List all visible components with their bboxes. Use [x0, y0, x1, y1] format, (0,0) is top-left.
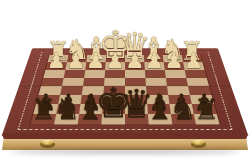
piece-wP[interactable]: ♟	[47, 50, 66, 71]
board-front-bevel	[3, 133, 247, 139]
piece-wP[interactable]: ♟	[86, 50, 105, 71]
brass-clasp-left-icon[interactable]	[40, 140, 55, 147]
chess-set-photo: ♜♞♝♚♛♝♞♜♟♟♟♟♟♟♟♟♟♟♟♟♟♟♟♟♜♞♝♚♛♝♞♜	[0, 0, 250, 160]
piece-bR[interactable]: ♜	[194, 96, 219, 124]
board-shadow	[10, 149, 240, 154]
piece-wP[interactable]: ♟	[66, 50, 85, 71]
piece-bN[interactable]: ♞	[170, 94, 197, 124]
piece-wP[interactable]: ♟	[184, 50, 203, 71]
piece-wP[interactable]: ♟	[106, 50, 125, 71]
piece-wP[interactable]: ♟	[145, 50, 164, 71]
brass-clasp-right-icon[interactable]	[191, 140, 206, 147]
piece-wP[interactable]: ♟	[165, 50, 184, 71]
piece-wP[interactable]: ♟	[125, 50, 144, 71]
